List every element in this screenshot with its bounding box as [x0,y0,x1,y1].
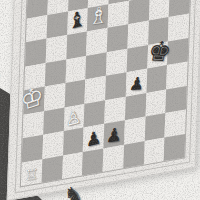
white-pawn-c3[interactable]: ♙ [65,107,82,129]
chessboard: ♗♝♚♔♟♙♟♟♖ [21,0,191,186]
white-rook-a1[interactable]: ♖ [24,167,39,183]
photo-of-chessboard: CHAMPION CHAMPION ♗♝♚♔♟♙♟♟♖ ♞ [0,0,200,200]
white-king-a4[interactable]: ♔ [20,81,46,114]
square-h1[interactable] [164,133,185,161]
black-bishop-c7[interactable]: ♝ [67,8,86,34]
black-pawn-f4[interactable]: ♟ [128,74,145,93]
square-c1[interactable] [62,151,83,179]
white-bishop-d7[interactable]: ♗ [88,4,109,29]
square-d1[interactable] [82,148,103,176]
chessboard-frame: CHAMPION CHAMPION ♗♝♚♔♟♙♟♟♖ [7,0,200,200]
square-f1[interactable] [123,141,144,169]
square-g1[interactable] [143,137,164,165]
black-pawn-e2[interactable]: ♟ [106,125,123,145]
square-b1[interactable] [41,155,62,183]
square-e1[interactable] [103,144,124,172]
black-pawn-d2[interactable]: ♟ [85,128,101,150]
